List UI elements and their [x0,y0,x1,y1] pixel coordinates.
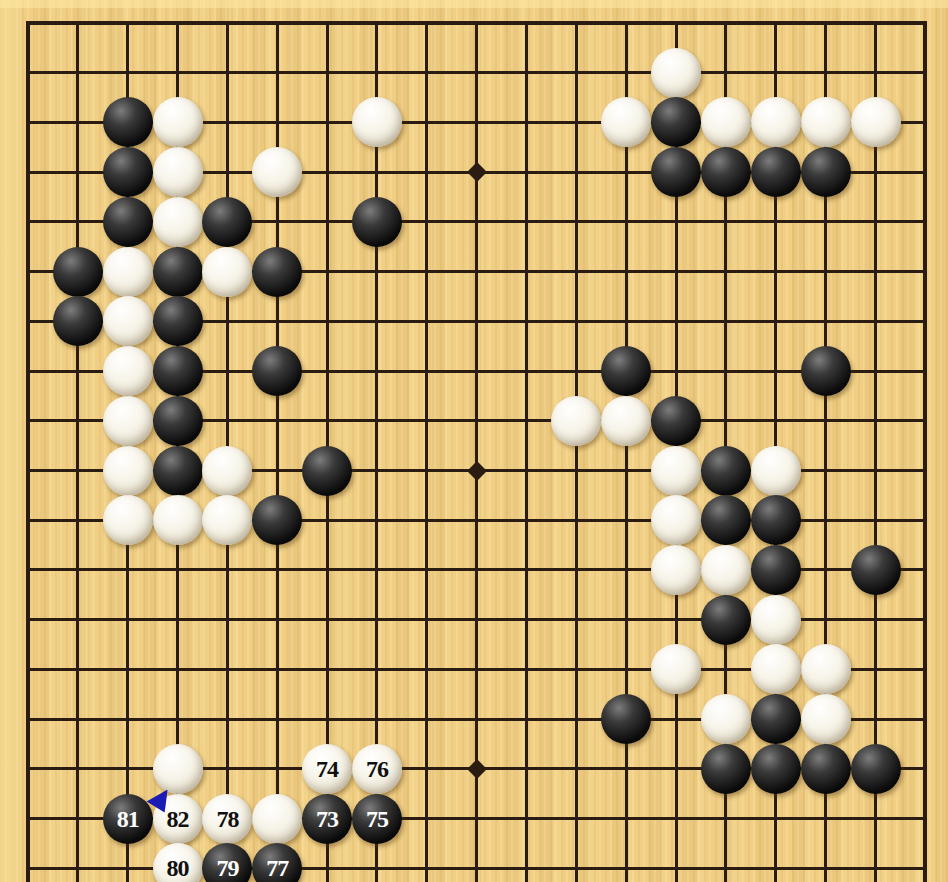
stone-black [153,396,203,446]
stone-black [701,495,751,545]
stone-black [751,545,801,595]
move-number: 79 [216,856,238,880]
stone-white [651,48,701,98]
stone-black [751,694,801,744]
stone-black [103,97,153,147]
stone-white [153,495,203,545]
stone-black [801,346,851,396]
grid-line-vertical [625,21,628,882]
stone-black [202,197,252,247]
stone-black-move-75: 75 [352,794,402,844]
star-point [467,759,487,779]
move-number: 80 [167,856,189,880]
grid-line-vertical [475,21,478,882]
grid-line-vertical [923,21,927,882]
grid-line-vertical [525,21,528,882]
stone-white [153,147,203,197]
move-number: 75 [366,807,388,831]
stone-black [153,446,203,496]
stone-white [352,97,402,147]
stone-black [53,296,103,346]
stone-white [651,644,701,694]
stone-black [701,147,751,197]
stone-black [153,296,203,346]
board-left-bevel [0,0,13,882]
stone-black [153,247,203,297]
stone-white [651,446,701,496]
move-number: 76 [366,757,388,781]
stone-white [252,794,302,844]
star-point [467,162,487,182]
stone-white-move-74: 74 [302,744,352,794]
stone-white [103,446,153,496]
stone-white [701,97,751,147]
move-number: 81 [117,807,139,831]
stone-white-move-78: 78 [202,794,252,844]
move-number: 82 [167,807,189,831]
grid-line-vertical [425,21,428,882]
stone-white [153,744,203,794]
stone-white [103,296,153,346]
stone-white [601,97,651,147]
stone-white [751,644,801,694]
stone-white [202,446,252,496]
stone-white [103,346,153,396]
stone-black [751,495,801,545]
stone-black [701,446,751,496]
stone-white [153,197,203,247]
grid-line-vertical [26,21,30,882]
stone-white [202,495,252,545]
stone-white [153,97,203,147]
stone-black [851,545,901,595]
stone-black [103,147,153,197]
stone-black [751,147,801,197]
move-number: 73 [316,807,338,831]
stone-white [651,495,701,545]
stone-white [751,446,801,496]
stone-black [801,744,851,794]
stone-white [551,396,601,446]
stone-black [302,446,352,496]
stone-white [601,396,651,446]
stone-white-move-80: 80 [153,843,203,882]
stone-black [153,346,203,396]
stone-white [701,694,751,744]
stone-black [851,744,901,794]
stone-black [801,147,851,197]
grid-line-vertical [76,21,79,882]
stone-white [651,545,701,595]
stone-white [751,97,801,147]
stone-white [202,247,252,297]
stone-white [103,495,153,545]
stone-white [751,595,801,645]
star-point [467,461,487,481]
stone-black [601,346,651,396]
stone-black-move-79: 79 [202,843,252,882]
stone-black [601,694,651,744]
board-top-bevel [0,0,948,8]
stone-white-move-76: 76 [352,744,402,794]
stone-black [651,147,701,197]
stone-black [252,346,302,396]
stone-black [701,744,751,794]
stone-black [103,197,153,247]
stone-black [751,744,801,794]
stone-black [252,247,302,297]
stone-white [801,97,851,147]
stone-white [103,396,153,446]
stone-white [252,147,302,197]
stone-white [801,694,851,744]
stone-black [352,197,402,247]
move-number: 77 [266,856,288,880]
stone-black [701,595,751,645]
move-number: 78 [216,807,238,831]
stone-white [701,545,751,595]
move-number: 74 [316,757,338,781]
stone-black-move-73: 73 [302,794,352,844]
stone-black [252,495,302,545]
stone-white [103,247,153,297]
stone-black [53,247,103,297]
stone-black [651,396,701,446]
stone-white [801,644,851,694]
go-board[interactable]: 74768182787375807977 [0,0,948,882]
grid-line-vertical [575,21,578,882]
stone-black-move-77: 77 [252,843,302,882]
stone-black [651,97,701,147]
stone-white [851,97,901,147]
stone-black-move-81: 81 [103,794,153,844]
